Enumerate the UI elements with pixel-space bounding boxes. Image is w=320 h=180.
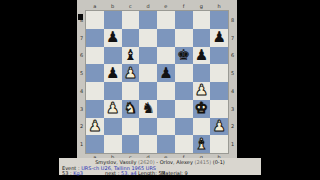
board-frame: abcdefgh 87654321 ♟♟♝♚♟♟♟♟♟♟♞♞♚♟♟♝ 87654… <box>77 0 237 159</box>
next-move-value: 53. a4 <box>121 170 137 176</box>
square-a5[interactable] <box>86 64 104 82</box>
file-label-a: a <box>86 2 104 10</box>
file-label-c: c <box>122 2 140 10</box>
square-b6[interactable] <box>104 47 122 65</box>
rank-label-7: 7 <box>77 29 86 47</box>
square-b2[interactable] <box>104 118 122 136</box>
last-move-label: 53 : <box>62 170 72 176</box>
file-label-f: f <box>175 2 193 10</box>
square-a4[interactable] <box>86 82 104 100</box>
square-h2[interactable]: ♟ <box>210 118 228 136</box>
white-bishop: ♝ <box>195 137 208 152</box>
white-pawn: ♟ <box>195 83 208 98</box>
square-d4[interactable] <box>139 82 157 100</box>
material-label: Material: <box>161 170 183 176</box>
square-f6[interactable]: ♚ <box>175 47 193 65</box>
black-pawn: ♟ <box>106 30 119 45</box>
white-pawn: ♟ <box>88 119 101 134</box>
rank-label-3: 3 <box>77 100 86 118</box>
square-b8[interactable] <box>104 11 122 29</box>
black-pawn: ♟ <box>212 30 225 45</box>
square-h7[interactable]: ♟ <box>210 29 228 47</box>
white-king: ♚ <box>195 101 208 116</box>
square-d2[interactable] <box>139 118 157 136</box>
square-b5[interactable]: ♟ <box>104 64 122 82</box>
rank-label-1: 1 <box>77 135 86 153</box>
square-e4[interactable] <box>157 82 175 100</box>
square-e5[interactable]: ♟ <box>157 64 175 82</box>
rank-label-7: 7 <box>228 29 237 47</box>
square-c6[interactable]: ♝ <box>122 47 140 65</box>
square-g8[interactable] <box>193 11 211 29</box>
rank-label-4: 4 <box>77 82 86 100</box>
black-bishop: ♝ <box>124 48 137 63</box>
rank-label-5: 5 <box>77 64 86 82</box>
file-labels-top: abcdefgh <box>86 2 228 10</box>
square-f2[interactable] <box>175 118 193 136</box>
square-h8[interactable] <box>210 11 228 29</box>
file-label-h: h <box>210 2 228 10</box>
square-c8[interactable] <box>122 11 140 29</box>
square-a7[interactable] <box>86 29 104 47</box>
black-player-name: Orlov, Alexey <box>160 159 193 165</box>
square-e3[interactable] <box>157 100 175 118</box>
next-move: next : 53. a4 <box>105 170 137 176</box>
game-info-footer: Smyslov, Vassily (2620) - Orlov, Alexey … <box>59 158 261 175</box>
square-d7[interactable] <box>139 29 157 47</box>
square-e2[interactable] <box>157 118 175 136</box>
square-g4[interactable]: ♟ <box>193 82 211 100</box>
square-b7[interactable]: ♟ <box>104 29 122 47</box>
square-h3[interactable] <box>210 100 228 118</box>
players-separator: - <box>156 159 158 165</box>
white-pawn: ♟ <box>124 66 137 81</box>
square-f7[interactable] <box>175 29 193 47</box>
material-count: Material: 9 <box>161 170 188 176</box>
square-e7[interactable] <box>157 29 175 47</box>
square-g5[interactable] <box>193 64 211 82</box>
white-pawn: ♟ <box>212 119 225 134</box>
square-c7[interactable] <box>122 29 140 47</box>
black-to-move-indicator <box>78 14 83 20</box>
black-pawn: ♟ <box>106 66 119 81</box>
last-move-value: Kg3 <box>73 170 83 176</box>
rank-label-4: 4 <box>228 82 237 100</box>
game-length-label: Length: <box>138 170 157 176</box>
square-c3[interactable]: ♞ <box>122 100 140 118</box>
black-player-elo: (2415) <box>194 159 211 165</box>
square-c5[interactable]: ♟ <box>122 64 140 82</box>
square-c2[interactable] <box>122 118 140 136</box>
square-d8[interactable] <box>139 11 157 29</box>
material-value: 9 <box>185 170 188 176</box>
square-d6[interactable] <box>139 47 157 65</box>
file-label-e: e <box>157 2 175 10</box>
black-pawn: ♟ <box>159 66 172 81</box>
square-d5[interactable] <box>139 64 157 82</box>
square-a8[interactable] <box>86 11 104 29</box>
game-result: (0-1) <box>213 159 225 165</box>
square-b4[interactable] <box>104 82 122 100</box>
black-king: ♚ <box>177 48 190 63</box>
rank-label-8: 8 <box>228 11 237 29</box>
square-g7[interactable] <box>193 29 211 47</box>
rank-label-1: 1 <box>228 135 237 153</box>
square-c4[interactable] <box>122 82 140 100</box>
board: ♟♟♝♚♟♟♟♟♟♟♞♞♚♟♟♝ <box>86 11 228 153</box>
rank-label-6: 6 <box>77 47 86 65</box>
black-pawn: ♟ <box>195 48 208 63</box>
square-d1[interactable] <box>139 135 157 153</box>
white-pawn: ♟ <box>106 101 119 116</box>
last-move: 53 : Kg3 <box>62 170 83 176</box>
square-f4[interactable] <box>175 82 193 100</box>
rank-labels-left: 87654321 <box>77 11 86 153</box>
square-e6[interactable] <box>157 47 175 65</box>
rank-label-2: 2 <box>77 118 86 136</box>
square-a2[interactable]: ♟ <box>86 118 104 136</box>
square-h6[interactable] <box>210 47 228 65</box>
square-a6[interactable] <box>86 47 104 65</box>
rank-label-2: 2 <box>228 118 237 136</box>
square-h5[interactable] <box>210 64 228 82</box>
black-knight: ♞ <box>141 101 154 116</box>
file-label-b: b <box>104 2 122 10</box>
square-f3[interactable] <box>175 100 193 118</box>
file-label-g: g <box>193 2 211 10</box>
square-b3[interactable]: ♟ <box>104 100 122 118</box>
square-f5[interactable] <box>175 64 193 82</box>
rank-label-6: 6 <box>228 47 237 65</box>
square-d3[interactable]: ♞ <box>139 100 157 118</box>
file-label-d: d <box>139 2 157 10</box>
next-move-label: next : <box>105 170 119 176</box>
chess-video-frame: abcdefgh 87654321 ♟♟♝♚♟♟♟♟♟♟♞♞♚♟♟♝ 87654… <box>0 0 320 180</box>
white-knight: ♞ <box>124 101 137 116</box>
square-g1[interactable]: ♝ <box>193 135 211 153</box>
square-e8[interactable] <box>157 11 175 29</box>
rank-label-5: 5 <box>228 64 237 82</box>
square-h1[interactable] <box>210 135 228 153</box>
square-b1[interactable] <box>104 135 122 153</box>
square-a3[interactable] <box>86 100 104 118</box>
square-g3[interactable]: ♚ <box>193 100 211 118</box>
square-h4[interactable] <box>210 82 228 100</box>
rank-label-3: 3 <box>228 100 237 118</box>
square-a1[interactable] <box>86 135 104 153</box>
square-c1[interactable] <box>122 135 140 153</box>
square-f8[interactable] <box>175 11 193 29</box>
square-g6[interactable]: ♟ <box>193 47 211 65</box>
square-f1[interactable] <box>175 135 193 153</box>
square-e1[interactable] <box>157 135 175 153</box>
rank-labels-right: 87654321 <box>228 11 237 153</box>
square-g2[interactable] <box>193 118 211 136</box>
